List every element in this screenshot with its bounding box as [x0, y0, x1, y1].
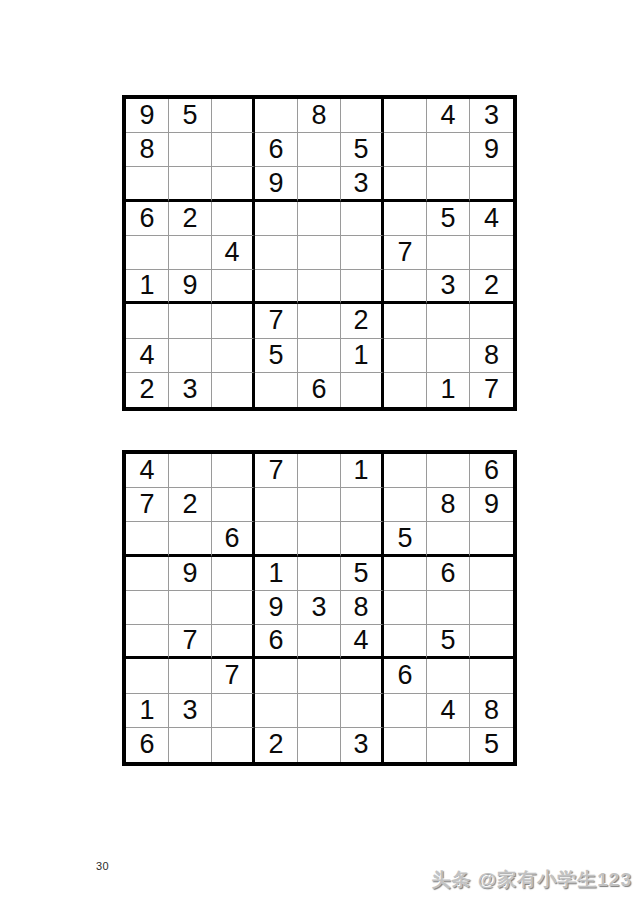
p2-cell-r4c2: 9 — [169, 557, 212, 591]
p2-cell-r5c3 — [212, 591, 255, 625]
p1-cell-r3c6: 3 — [341, 167, 384, 201]
p2-cell-r8c9: 8 — [470, 694, 513, 728]
p1-cell-r9c7 — [384, 373, 427, 407]
p2-cell-r6c8: 5 — [427, 625, 470, 659]
p1-cell-r9c8: 1 — [427, 373, 470, 407]
p2-cell-r9c5 — [298, 728, 341, 762]
p2-cell-r3c5 — [298, 522, 341, 556]
p1-cell-r4c7 — [384, 202, 427, 236]
p1-cell-r3c3 — [212, 167, 255, 201]
p1-cell-r7c8 — [427, 304, 470, 338]
p2-cell-r1c5 — [298, 454, 341, 488]
p1-cell-r1c2: 5 — [169, 99, 212, 133]
p2-cell-r7c4 — [255, 659, 298, 693]
p2-cell-r4c5 — [298, 557, 341, 591]
p2-cell-r2c6 — [341, 488, 384, 522]
p2-cell-r2c2: 2 — [169, 488, 212, 522]
p2-cell-r7c6 — [341, 659, 384, 693]
p2-cell-r5c2 — [169, 591, 212, 625]
p2-cell-r1c4: 7 — [255, 454, 298, 488]
p2-cell-r1c8 — [427, 454, 470, 488]
p1-cell-r8c8 — [427, 339, 470, 373]
p1-cell-r8c1: 4 — [126, 339, 169, 373]
p2-cell-r9c7 — [384, 728, 427, 762]
p1-cell-r3c5 — [298, 167, 341, 201]
p1-cell-r8c3 — [212, 339, 255, 373]
p2-cell-r7c2 — [169, 659, 212, 693]
p1-cell-r5c8 — [427, 236, 470, 270]
p2-cell-r5c1 — [126, 591, 169, 625]
p1-cell-r2c2 — [169, 133, 212, 167]
p1-cell-r7c7 — [384, 304, 427, 338]
p1-cell-r5c2 — [169, 236, 212, 270]
p2-cell-r1c7 — [384, 454, 427, 488]
p2-cell-r9c6: 3 — [341, 728, 384, 762]
p2-cell-r6c7 — [384, 625, 427, 659]
p1-cell-r7c3 — [212, 304, 255, 338]
p2-cell-r6c6: 4 — [341, 625, 384, 659]
p1-cell-r5c7: 7 — [384, 236, 427, 270]
p2-cell-r2c5 — [298, 488, 341, 522]
p2-cell-r8c1: 1 — [126, 694, 169, 728]
p1-cell-r6c7 — [384, 270, 427, 304]
p2-cell-r3c8 — [427, 522, 470, 556]
p2-cell-r6c3 — [212, 625, 255, 659]
p1-cell-r5c4 — [255, 236, 298, 270]
p1-cell-r7c1 — [126, 304, 169, 338]
sudoku-grid-1: 95843865993625447193272451823617 — [122, 95, 517, 411]
p1-cell-r6c3 — [212, 270, 255, 304]
p1-cell-r2c7 — [384, 133, 427, 167]
p1-cell-r4c6 — [341, 202, 384, 236]
p2-cell-r7c1 — [126, 659, 169, 693]
p1-cell-r3c4: 9 — [255, 167, 298, 201]
p1-cell-r6c9: 2 — [470, 270, 513, 304]
p2-cell-r3c1 — [126, 522, 169, 556]
p2-cell-r1c6: 1 — [341, 454, 384, 488]
p1-cell-r7c4: 7 — [255, 304, 298, 338]
p2-cell-r8c7 — [384, 694, 427, 728]
p2-cell-r2c9: 9 — [470, 488, 513, 522]
p2-cell-r4c1 — [126, 557, 169, 591]
p1-cell-r9c6 — [341, 373, 384, 407]
p2-cell-r9c1: 6 — [126, 728, 169, 762]
p2-cell-r7c8 — [427, 659, 470, 693]
p2-cell-r6c1 — [126, 625, 169, 659]
p1-cell-r6c5 — [298, 270, 341, 304]
p1-cell-r6c8: 3 — [427, 270, 470, 304]
p1-cell-r4c4 — [255, 202, 298, 236]
p1-cell-r2c5 — [298, 133, 341, 167]
p1-cell-r8c4: 5 — [255, 339, 298, 373]
p1-cell-r4c1: 6 — [126, 202, 169, 236]
p2-cell-r9c9: 5 — [470, 728, 513, 762]
p2-cell-r2c8: 8 — [427, 488, 470, 522]
p2-cell-r3c6 — [341, 522, 384, 556]
p2-cell-r2c7 — [384, 488, 427, 522]
p2-cell-r6c4: 6 — [255, 625, 298, 659]
p1-cell-r7c6: 2 — [341, 304, 384, 338]
p2-cell-r8c8: 4 — [427, 694, 470, 728]
p2-cell-r8c3 — [212, 694, 255, 728]
p2-cell-r1c1: 4 — [126, 454, 169, 488]
p2-cell-r7c7: 6 — [384, 659, 427, 693]
p2-cell-r7c9 — [470, 659, 513, 693]
p1-cell-r3c2 — [169, 167, 212, 201]
p1-cell-r1c4 — [255, 99, 298, 133]
p1-cell-r4c9: 4 — [470, 202, 513, 236]
p1-cell-r6c6 — [341, 270, 384, 304]
p1-cell-r3c1 — [126, 167, 169, 201]
p1-cell-r8c2 — [169, 339, 212, 373]
worksheet-page: 95843865993625447193272451823617 4716728… — [0, 0, 640, 906]
p1-cell-r1c5: 8 — [298, 99, 341, 133]
p2-cell-r5c8 — [427, 591, 470, 625]
p2-cell-r5c6: 8 — [341, 591, 384, 625]
p2-cell-r3c4 — [255, 522, 298, 556]
p2-cell-r3c2 — [169, 522, 212, 556]
p1-cell-r5c1 — [126, 236, 169, 270]
p1-cell-r8c5 — [298, 339, 341, 373]
p2-cell-r8c2: 3 — [169, 694, 212, 728]
p2-cell-r8c5 — [298, 694, 341, 728]
p1-cell-r6c2: 9 — [169, 270, 212, 304]
p2-cell-r4c3 — [212, 557, 255, 591]
p2-cell-r1c9: 6 — [470, 454, 513, 488]
p1-cell-r4c8: 5 — [427, 202, 470, 236]
p2-cell-r8c6 — [341, 694, 384, 728]
p1-cell-r7c2 — [169, 304, 212, 338]
p2-cell-r9c8 — [427, 728, 470, 762]
p2-cell-r2c3 — [212, 488, 255, 522]
p1-cell-r9c4 — [255, 373, 298, 407]
p1-cell-r7c5 — [298, 304, 341, 338]
p1-cell-r9c1: 2 — [126, 373, 169, 407]
p2-cell-r6c9 — [470, 625, 513, 659]
p1-cell-r5c6 — [341, 236, 384, 270]
p1-cell-r5c9 — [470, 236, 513, 270]
p1-cell-r6c4 — [255, 270, 298, 304]
p1-cell-r2c6: 5 — [341, 133, 384, 167]
p2-cell-r8c4 — [255, 694, 298, 728]
p2-cell-r1c2 — [169, 454, 212, 488]
sudoku-grid-2: 4716728965915693876457613486235 — [122, 450, 517, 766]
p1-cell-r9c5: 6 — [298, 373, 341, 407]
p1-cell-r1c1: 9 — [126, 99, 169, 133]
p2-cell-r4c4: 1 — [255, 557, 298, 591]
p2-cell-r9c4: 2 — [255, 728, 298, 762]
p1-cell-r4c3 — [212, 202, 255, 236]
p2-cell-r2c4 — [255, 488, 298, 522]
p2-cell-r9c3 — [212, 728, 255, 762]
p2-cell-r9c2 — [169, 728, 212, 762]
p2-cell-r5c9 — [470, 591, 513, 625]
p2-cell-r6c2: 7 — [169, 625, 212, 659]
p1-cell-r9c9: 7 — [470, 373, 513, 407]
p1-cell-r2c3 — [212, 133, 255, 167]
p1-cell-r1c6 — [341, 99, 384, 133]
p1-cell-r5c3: 4 — [212, 236, 255, 270]
p2-cell-r7c3: 7 — [212, 659, 255, 693]
p2-cell-r5c5: 3 — [298, 591, 341, 625]
p1-cell-r2c1: 8 — [126, 133, 169, 167]
p1-cell-r4c5 — [298, 202, 341, 236]
p2-cell-r7c5 — [298, 659, 341, 693]
p1-cell-r3c9 — [470, 167, 513, 201]
p1-cell-r1c8: 4 — [427, 99, 470, 133]
p1-cell-r3c8 — [427, 167, 470, 201]
page-number: 30 — [96, 860, 109, 872]
p2-cell-r5c7 — [384, 591, 427, 625]
p2-cell-r5c4: 9 — [255, 591, 298, 625]
p2-cell-r4c9 — [470, 557, 513, 591]
p2-cell-r3c3: 6 — [212, 522, 255, 556]
p1-cell-r9c2: 3 — [169, 373, 212, 407]
p1-cell-r6c1: 1 — [126, 270, 169, 304]
p1-cell-r8c7 — [384, 339, 427, 373]
p2-cell-r3c9 — [470, 522, 513, 556]
p2-cell-r4c7 — [384, 557, 427, 591]
p2-cell-r6c5 — [298, 625, 341, 659]
p1-cell-r1c7 — [384, 99, 427, 133]
watermark: 头条 @家有小学生123 — [431, 867, 632, 893]
p2-cell-r2c1: 7 — [126, 488, 169, 522]
p1-cell-r7c9 — [470, 304, 513, 338]
p1-cell-r2c4: 6 — [255, 133, 298, 167]
p1-cell-r9c3 — [212, 373, 255, 407]
p1-cell-r2c8 — [427, 133, 470, 167]
p1-cell-r3c7 — [384, 167, 427, 201]
p1-cell-r8c6: 1 — [341, 339, 384, 373]
p1-cell-r1c3 — [212, 99, 255, 133]
p2-cell-r4c8: 6 — [427, 557, 470, 591]
p2-cell-r4c6: 5 — [341, 557, 384, 591]
p1-cell-r5c5 — [298, 236, 341, 270]
p1-cell-r4c2: 2 — [169, 202, 212, 236]
p1-cell-r8c9: 8 — [470, 339, 513, 373]
p2-cell-r1c3 — [212, 454, 255, 488]
p2-cell-r3c7: 5 — [384, 522, 427, 556]
p1-cell-r1c9: 3 — [470, 99, 513, 133]
p1-cell-r2c9: 9 — [470, 133, 513, 167]
